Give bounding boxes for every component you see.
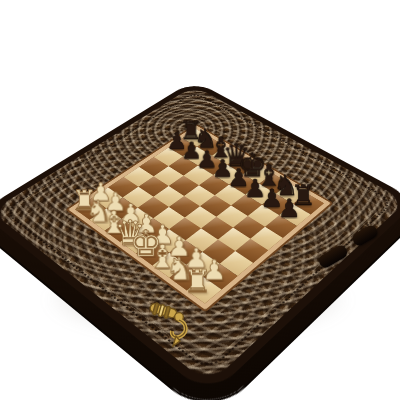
photo-stage: ♜♞♝♛♚♝♞♜♟♟♟♟♟♟♟♟♟♟♟♟♟♟♟♟♜♞♝♛♚♝♞♜ xyxy=(0,0,400,400)
brass-latch-icon xyxy=(146,296,202,354)
piece-white-rook[interactable]: ♜ xyxy=(185,273,210,298)
piece-black-pawn[interactable]: ♟ xyxy=(278,199,300,221)
brass-latch xyxy=(146,296,202,354)
